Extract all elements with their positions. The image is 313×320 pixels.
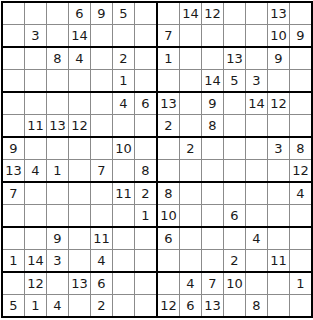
cell-r5c14[interactable] [290,92,313,115]
cell-r7c5[interactable] [91,137,113,160]
cell-r13c8[interactable] [157,272,180,295]
board-row-9: 711284 [2,182,312,205]
cell-r10c7[interactable]: 1 [135,205,158,228]
cell-r5c4[interactable] [69,92,91,115]
cell-r9c9[interactable] [180,182,202,205]
cell-digit: 3 [274,138,282,159]
board-row-6: 11131228 [2,115,312,138]
cell-r3c3[interactable]: 8 [47,47,69,70]
cell-digit: 14 [204,70,221,91]
cell-r4c2[interactable] [25,70,47,93]
cell-r13c7[interactable] [135,272,158,295]
board-row-1: 695141213 [2,2,312,25]
cell-digit: 12 [71,115,88,136]
cell-digit: 9 [296,25,304,46]
cell-r8c6[interactable] [113,160,135,183]
cell-r14c4[interactable] [69,295,91,318]
cell-digit: 2 [230,250,238,271]
cell-r14c9[interactable]: 6 [180,295,202,318]
cell-r1c4[interactable]: 6 [69,2,91,25]
cell-r3c8[interactable]: 1 [157,47,180,70]
cell-digit: 12 [160,295,177,316]
cell-digit: 10 [270,25,287,46]
cell-r6c3[interactable]: 13 [47,115,69,138]
cell-r4c12[interactable]: 3 [246,70,268,93]
cell-r1c14[interactable] [290,2,313,25]
cell-r4c11[interactable]: 5 [224,70,246,93]
cell-r3c1[interactable] [2,47,25,70]
cell-r1c3[interactable] [47,2,69,25]
cell-digit: 6 [230,205,238,226]
cell-r1c1[interactable] [2,2,25,25]
cell-digit: 13 [226,48,243,69]
cell-r3c10[interactable] [202,47,224,70]
cell-r12c9[interactable] [180,250,202,273]
cell-r5c13[interactable]: 12 [268,92,290,115]
cell-r9c8[interactable]: 8 [157,182,180,205]
cell-r10c4[interactable] [69,205,91,228]
cell-r2c13[interactable]: 10 [268,25,290,48]
board-row-12: 11434211 [2,250,312,273]
cell-digit: 1 [141,205,149,226]
cell-r2c14[interactable]: 9 [290,25,313,48]
cell-r11c6[interactable] [113,227,135,250]
cell-r2c12[interactable] [246,25,268,48]
cell-r6c2[interactable]: 11 [25,115,47,138]
cell-digit: 11 [270,250,287,271]
cell-r7c6[interactable]: 10 [113,137,135,160]
cell-digit: 4 [296,183,304,204]
cell-digit: 9 [97,3,105,24]
cell-r13c1[interactable] [2,272,25,295]
cell-r8c8[interactable] [157,160,180,183]
board-row-3: 8421139 [2,47,312,70]
cell-r2c10[interactable] [202,25,224,48]
cell-digit: 1 [119,70,127,91]
cell-r2c5[interactable] [91,25,113,48]
cell-digit: 11 [115,183,132,204]
cell-r14c3[interactable]: 4 [47,295,69,318]
cell-r1c10[interactable]: 12 [202,2,224,25]
cell-r3c9[interactable] [180,47,202,70]
cell-digit: 5 [230,70,238,91]
cell-r11c5[interactable]: 11 [91,227,113,250]
cell-r9c6[interactable]: 11 [113,182,135,205]
cell-r11c2[interactable] [25,227,47,250]
cell-digit: 7 [97,160,105,181]
cell-digit: 6 [164,228,172,249]
cell-r1c11[interactable] [224,2,246,25]
cell-digit: 12 [204,3,221,24]
cell-r1c12[interactable] [246,2,268,25]
cell-digit: 4 [252,228,260,249]
cell-r11c12[interactable]: 4 [246,227,268,250]
board-row-5: 461391412 [2,92,312,115]
cell-r11c3[interactable]: 9 [47,227,69,250]
cell-r12c5[interactable]: 4 [91,250,113,273]
cell-r14c7[interactable] [135,295,158,318]
cell-r3c4[interactable]: 4 [69,47,91,70]
cell-r6c4[interactable]: 12 [69,115,91,138]
cell-r3c5[interactable] [91,47,113,70]
cell-r3c14[interactable] [290,47,313,70]
cell-r13c4[interactable]: 13 [69,272,91,295]
cell-r4c8[interactable] [157,70,180,93]
cell-r10c3[interactable] [47,205,69,228]
cell-r3c7[interactable] [135,47,158,70]
cell-r12c1[interactable]: 1 [2,250,25,273]
cell-digit: 8 [141,160,149,181]
cell-r2c11[interactable] [224,25,246,48]
cell-r11c13[interactable] [268,227,290,250]
board-row-4: 11453 [2,70,312,93]
cell-r2c1[interactable] [2,25,25,48]
cell-digit: 8 [252,295,260,316]
cell-r10c9[interactable] [180,205,202,228]
cell-digit: 13 [160,93,177,114]
cell-digit: 14 [248,93,265,114]
cell-r1c5[interactable]: 9 [91,2,113,25]
cell-r11c11[interactable] [224,227,246,250]
cell-digit: 3 [252,70,260,91]
cell-r14c11[interactable] [224,295,246,318]
cell-r12c13[interactable]: 11 [268,250,290,273]
cell-r7c7[interactable] [135,137,158,160]
cell-r1c9[interactable]: 14 [180,2,202,25]
cell-r5c11[interactable] [224,92,246,115]
cell-r6c10[interactable]: 8 [202,115,224,138]
cell-r14c6[interactable] [113,295,135,318]
cell-digit: 4 [31,160,39,181]
cell-digit: 4 [119,93,127,114]
cell-r9c14[interactable]: 4 [290,182,313,205]
cell-r5c1[interactable] [2,92,25,115]
board-row-7: 910238 [2,137,312,160]
cell-r11c7[interactable] [135,227,158,250]
cell-r9c13[interactable] [268,182,290,205]
cell-digit: 10 [226,273,243,294]
cell-r4c13[interactable] [268,70,290,93]
sudoku-board: 6951412133147109842113911453461391412111… [1,1,313,318]
cell-digit: 14 [182,3,199,24]
cell-r4c7[interactable] [135,70,158,93]
cell-r13c2[interactable]: 12 [25,272,47,295]
cell-r8c10[interactable] [202,160,224,183]
cell-r10c13[interactable] [268,205,290,228]
cell-r12c10[interactable] [202,250,224,273]
board-row-11: 91164 [2,227,312,250]
cell-r10c6[interactable] [113,205,135,228]
cell-r10c5[interactable] [91,205,113,228]
board-row-10: 1106 [2,205,312,228]
cell-digit: 13 [49,115,66,136]
cell-r6c11[interactable] [224,115,246,138]
cell-digit: 7 [164,25,172,46]
cell-r3c12[interactable] [246,47,268,70]
cell-digit: 9 [208,93,216,114]
cell-digit: 1 [9,250,17,271]
cell-r10c2[interactable] [25,205,47,228]
cell-digit: 14 [71,25,88,46]
cell-r6c12[interactable] [246,115,268,138]
cell-digit: 9 [9,138,17,159]
cell-r8c7[interactable]: 8 [135,160,158,183]
cell-digit: 8 [164,183,172,204]
cell-digit: 12 [292,160,309,181]
cell-r5c3[interactable] [47,92,69,115]
cell-r12c3[interactable]: 3 [47,250,69,273]
cell-r9c10[interactable] [202,182,224,205]
cell-r8c3[interactable]: 1 [47,160,69,183]
cell-r13c11[interactable]: 10 [224,272,246,295]
cell-r6c8[interactable]: 2 [157,115,180,138]
cell-r14c2[interactable]: 1 [25,295,47,318]
cell-digit: 6 [186,295,194,316]
cell-digit: 6 [75,3,83,24]
cell-digit: 1 [31,295,39,316]
cell-r9c11[interactable] [224,182,246,205]
cell-r4c5[interactable] [91,70,113,93]
cell-digit: 2 [186,138,194,159]
cell-digit: 9 [53,228,61,249]
cell-r4c9[interactable] [180,70,202,93]
cell-digit: 10 [115,138,132,159]
cell-r6c1[interactable] [2,115,25,138]
cell-r8c2[interactable]: 4 [25,160,47,183]
cell-r8c12[interactable] [246,160,268,183]
cell-r7c4[interactable] [69,137,91,160]
cell-digit: 8 [296,138,304,159]
cell-r11c10[interactable] [202,227,224,250]
cell-r11c14[interactable] [290,227,313,250]
cell-r10c12[interactable] [246,205,268,228]
cell-r1c8[interactable] [157,2,180,25]
cell-r2c7[interactable] [135,25,158,48]
cell-digit: 12 [27,273,44,294]
cell-r8c1[interactable]: 13 [2,160,25,183]
cell-digit: 11 [27,115,44,136]
cell-r6c5[interactable] [91,115,113,138]
cell-r9c1[interactable]: 7 [2,182,25,205]
board-row-13: 1213647101 [2,272,312,295]
cell-digit: 14 [27,250,44,271]
cell-r9c4[interactable] [69,182,91,205]
cell-r1c13[interactable]: 13 [268,2,290,25]
cell-r8c14[interactable]: 12 [290,160,313,183]
cell-digit: 5 [9,295,17,316]
cell-digit: 5 [119,3,127,24]
cell-r5c7[interactable]: 6 [135,92,158,115]
cell-r1c6[interactable]: 5 [113,2,135,25]
cell-r7c13[interactable]: 3 [268,137,290,160]
cell-r6c13[interactable] [268,115,290,138]
cell-r9c5[interactable] [91,182,113,205]
cell-r8c9[interactable] [180,160,202,183]
cell-r5c9[interactable] [180,92,202,115]
cell-r4c14[interactable] [290,70,313,93]
cell-r12c14[interactable] [290,250,313,273]
cell-r3c11[interactable]: 13 [224,47,246,70]
cell-digit: 13 [270,3,287,24]
cell-r4c10[interactable]: 14 [202,70,224,93]
cell-digit: 10 [160,205,177,226]
cell-r7c14[interactable]: 8 [290,137,313,160]
cell-r9c2[interactable] [25,182,47,205]
cell-r8c13[interactable] [268,160,290,183]
cell-digit: 1 [296,273,304,294]
cell-r8c5[interactable]: 7 [91,160,113,183]
cell-r5c6[interactable]: 4 [113,92,135,115]
cell-r12c4[interactable] [69,250,91,273]
cell-r14c1[interactable]: 5 [2,295,25,318]
cell-digit: 8 [53,48,61,69]
cell-digit: 11 [93,228,110,249]
cell-r12c11[interactable]: 2 [224,250,246,273]
cell-r7c10[interactable] [202,137,224,160]
cell-r9c12[interactable] [246,182,268,205]
cell-r7c8[interactable] [157,137,180,160]
board-row-14: 5142126138 [2,295,312,318]
cell-r14c13[interactable] [268,295,290,318]
cell-r13c9[interactable]: 4 [180,272,202,295]
cell-r6c7[interactable] [135,115,158,138]
cell-r13c10[interactable]: 7 [202,272,224,295]
cell-r3c13[interactable]: 9 [268,47,290,70]
cell-r12c12[interactable] [246,250,268,273]
cell-r14c12[interactable]: 8 [246,295,268,318]
cell-r7c12[interactable] [246,137,268,160]
cell-r6c14[interactable] [290,115,313,138]
cell-digit: 4 [186,273,194,294]
cell-r2c6[interactable] [113,25,135,48]
cell-r2c8[interactable]: 7 [157,25,180,48]
cell-r5c5[interactable] [91,92,113,115]
cell-digit: 2 [97,295,105,316]
cell-r14c8[interactable]: 12 [157,295,180,318]
cell-r14c14[interactable] [290,295,313,318]
cell-r13c13[interactable] [268,272,290,295]
cell-r13c6[interactable] [113,272,135,295]
cell-r4c4[interactable] [69,70,91,93]
cell-r13c3[interactable] [47,272,69,295]
cell-r7c11[interactable] [224,137,246,160]
cell-digit: 13 [204,295,221,316]
cell-r5c12[interactable]: 14 [246,92,268,115]
cell-r3c2[interactable] [25,47,47,70]
cell-r7c9[interactable]: 2 [180,137,202,160]
cell-r7c2[interactable] [25,137,47,160]
cell-r12c7[interactable] [135,250,158,273]
cell-digit: 1 [53,160,61,181]
cell-r12c2[interactable]: 14 [25,250,47,273]
cell-r14c10[interactable]: 13 [202,295,224,318]
cell-r11c8[interactable]: 6 [157,227,180,250]
cell-r5c8[interactable]: 13 [157,92,180,115]
cell-digit: 3 [31,25,39,46]
cell-digit: 13 [5,160,22,181]
cell-digit: 7 [208,273,216,294]
cell-r7c3[interactable] [47,137,69,160]
cell-r9c3[interactable] [47,182,69,205]
cell-r5c2[interactable] [25,92,47,115]
board-row-2: 3147109 [2,25,312,48]
cell-digit: 6 [141,93,149,114]
cell-digit: 8 [208,115,216,136]
cell-r13c14[interactable]: 1 [290,272,313,295]
cell-digit: 9 [274,48,282,69]
cell-digit: 3 [53,250,61,271]
cell-r5c10[interactable]: 9 [202,92,224,115]
cell-digit: 13 [71,273,88,294]
cell-r2c9[interactable] [180,25,202,48]
cell-r11c1[interactable] [2,227,25,250]
cell-r13c12[interactable] [246,272,268,295]
cell-digit: 6 [97,273,105,294]
cell-r10c14[interactable] [290,205,313,228]
cell-r12c8[interactable] [157,250,180,273]
cell-r9c7[interactable]: 2 [135,182,158,205]
cell-r1c7[interactable] [135,2,158,25]
cell-r13c5[interactable]: 6 [91,272,113,295]
board-row-8: 13417812 [2,160,312,183]
cell-r2c3[interactable] [47,25,69,48]
cell-digit: 1 [164,48,172,69]
cell-r14c5[interactable]: 2 [91,295,113,318]
cell-r10c10[interactable] [202,205,224,228]
cell-r11c4[interactable] [69,227,91,250]
cell-r6c6[interactable] [113,115,135,138]
cell-r4c1[interactable] [2,70,25,93]
cell-r4c6[interactable]: 1 [113,70,135,93]
cell-r4c3[interactable] [47,70,69,93]
cell-r6c9[interactable] [180,115,202,138]
cell-r10c8[interactable]: 10 [157,205,180,228]
cell-r3c6[interactable]: 2 [113,47,135,70]
cell-r8c4[interactable] [69,160,91,183]
cell-r1c2[interactable] [25,2,47,25]
cell-digit: 2 [141,183,149,204]
cell-digit: 4 [75,48,83,69]
cell-digit: 4 [53,295,61,316]
cell-r7c1[interactable]: 9 [2,137,25,160]
cell-r12c6[interactable] [113,250,135,273]
cell-r2c4[interactable]: 14 [69,25,91,48]
cell-digit: 4 [97,250,105,271]
cell-r8c11[interactable] [224,160,246,183]
cell-r10c11[interactable]: 6 [224,205,246,228]
cell-r10c1[interactable] [2,205,25,228]
cell-digit: 7 [9,183,17,204]
cell-digit: 2 [119,48,127,69]
cell-r2c2[interactable]: 3 [25,25,47,48]
cell-digit: 2 [164,115,172,136]
cell-r11c9[interactable] [180,227,202,250]
cell-digit: 12 [270,93,287,114]
